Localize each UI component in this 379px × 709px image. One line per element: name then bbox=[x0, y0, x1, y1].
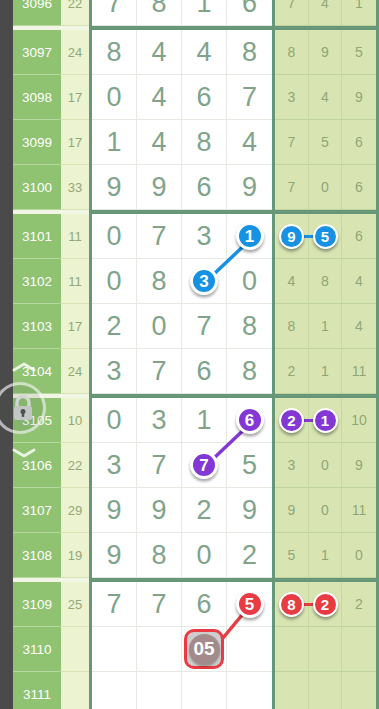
stat-cell[interactable]: 5 bbox=[342, 30, 376, 75]
sum-cell bbox=[61, 672, 89, 709]
number-badge: 5 bbox=[236, 590, 264, 618]
stat-cell[interactable] bbox=[342, 672, 376, 709]
digit-value: 7 bbox=[106, 589, 121, 620]
digit-value: 8 bbox=[196, 127, 211, 158]
stat-value: 1 bbox=[321, 363, 329, 379]
stat-cell[interactable]: 0 bbox=[342, 533, 376, 578]
stat-value: 3 bbox=[288, 89, 296, 105]
pick-value: 05 bbox=[193, 638, 214, 660]
table-row: 31051003162110 bbox=[13, 398, 379, 443]
stat-cell[interactable]: 1 bbox=[309, 304, 342, 349]
digit-value: 4 bbox=[151, 82, 166, 113]
digit-cell[interactable]: 9 bbox=[137, 165, 182, 210]
sum-cell: 17 bbox=[61, 304, 89, 349]
stat-cell[interactable]: 9 bbox=[275, 488, 309, 533]
stat-value: 1 bbox=[321, 547, 329, 563]
table-row: 3096227816741 bbox=[13, 0, 379, 26]
digit-value: 9 bbox=[242, 495, 257, 526]
stat-cell[interactable] bbox=[309, 672, 342, 709]
stat-cell[interactable]: 2 bbox=[275, 349, 309, 394]
stat-value: 6 bbox=[355, 179, 363, 195]
stat-value: 10 bbox=[351, 412, 367, 428]
stat-cell[interactable] bbox=[275, 672, 309, 709]
sum-cell: 25 bbox=[61, 582, 89, 627]
digit-cell[interactable]: 3 bbox=[92, 443, 137, 488]
table-row: 3097248448895 bbox=[13, 30, 379, 75]
stat-value: 0 bbox=[321, 502, 329, 518]
digit-cell[interactable]: 1 bbox=[92, 120, 137, 165]
digit-cell[interactable]: 5 bbox=[227, 582, 272, 627]
digit-cell[interactable]: 4 bbox=[182, 30, 227, 75]
digit-value: 9 bbox=[151, 495, 166, 526]
digit-value: 6 bbox=[196, 82, 211, 113]
stat-value: 0 bbox=[321, 457, 329, 473]
stat-cell[interactable]: 5 bbox=[309, 214, 342, 259]
chart-grid: 3096227816741309724844889530981704673493… bbox=[13, 0, 379, 709]
number-badge: 5 bbox=[313, 224, 338, 249]
digit-cell[interactable]: 9 bbox=[227, 488, 272, 533]
digit-cell[interactable]: 8 bbox=[227, 304, 272, 349]
digit-value: 3 bbox=[151, 405, 166, 436]
number-badge: 6 bbox=[236, 406, 264, 434]
sum-cell bbox=[61, 627, 89, 672]
digit-cell[interactable] bbox=[92, 672, 137, 709]
sum-cell: 24 bbox=[61, 349, 89, 394]
stat-value: 8 bbox=[321, 273, 329, 289]
digit-cell[interactable]: 6 bbox=[182, 165, 227, 210]
stat-cell[interactable]: 10 bbox=[342, 398, 376, 443]
stat-value: 3 bbox=[288, 457, 296, 473]
digit-value: 3 bbox=[106, 450, 121, 481]
stat-cell[interactable]: 11 bbox=[342, 349, 376, 394]
sum-cell: 17 bbox=[61, 120, 89, 165]
stat-value: 8 bbox=[288, 318, 296, 334]
digit-value: 7 bbox=[151, 589, 166, 620]
table-row: 3100339969706 bbox=[13, 165, 379, 210]
digit-value: 6 bbox=[196, 172, 211, 203]
issue-cell: 3099 bbox=[13, 120, 61, 165]
stat-cell[interactable]: 4 bbox=[275, 259, 309, 304]
stat-cell[interactable]: 3 bbox=[275, 443, 309, 488]
number-badge: 3 bbox=[190, 267, 218, 295]
digit-cell[interactable]: 2 bbox=[92, 304, 137, 349]
table-row: 3109257765822 bbox=[13, 582, 379, 627]
left-dark-strip bbox=[0, 0, 13, 709]
stat-cell[interactable] bbox=[309, 627, 342, 672]
digit-value: 8 bbox=[242, 37, 257, 68]
digit-cell[interactable]: 7 bbox=[137, 582, 182, 627]
digit-value: 4 bbox=[151, 127, 166, 158]
stat-cell[interactable]: 9 bbox=[342, 443, 376, 488]
stat-value: 7 bbox=[288, 134, 296, 150]
digit-cell[interactable]: 8 bbox=[137, 533, 182, 578]
digit-value: 1 bbox=[196, 405, 211, 436]
stat-value: 4 bbox=[288, 273, 296, 289]
sum-cell: 22 bbox=[61, 443, 89, 488]
stat-cell[interactable]: 2 bbox=[275, 398, 309, 443]
digit-value: 0 bbox=[196, 540, 211, 571]
digit-value: 2 bbox=[242, 540, 257, 571]
stat-cell[interactable]: 3 bbox=[275, 75, 309, 120]
digit-cell[interactable]: 3 bbox=[182, 214, 227, 259]
issue-cell: 3108 bbox=[13, 533, 61, 578]
stat-value: 1 bbox=[321, 318, 329, 334]
digit-value: 1 bbox=[196, 0, 211, 19]
stat-cell[interactable]: 4 bbox=[309, 75, 342, 120]
stat-cell[interactable]: 7 bbox=[275, 0, 309, 26]
digit-cell[interactable]: 7 bbox=[182, 304, 227, 349]
digit-cell[interactable]: 7 bbox=[92, 582, 137, 627]
stat-value: 6 bbox=[355, 228, 363, 244]
table-row: 3111 bbox=[13, 672, 379, 709]
stat-cell[interactable]: 2 bbox=[342, 582, 376, 627]
stat-cell[interactable]: 6 bbox=[342, 120, 376, 165]
table-row: 311005 bbox=[13, 627, 379, 672]
digit-cell[interactable]: 4 bbox=[227, 120, 272, 165]
digit-cell[interactable]: 4 bbox=[137, 30, 182, 75]
stat-cell[interactable]: 8 bbox=[309, 259, 342, 304]
digit-cell[interactable]: 0 bbox=[182, 533, 227, 578]
table-row: 3103172078814 bbox=[13, 304, 379, 349]
digit-value: 1 bbox=[106, 127, 121, 158]
digit-value: 9 bbox=[106, 495, 121, 526]
digit-cell[interactable]: 0 bbox=[92, 214, 137, 259]
issue-cell: 3101 bbox=[13, 214, 61, 259]
stat-value: 11 bbox=[352, 502, 367, 518]
digit-cell[interactable]: 9 bbox=[137, 488, 182, 533]
sum-cell: 10 bbox=[61, 398, 89, 443]
digit-cell[interactable]: 7 bbox=[182, 443, 227, 488]
stat-cell[interactable]: 9 bbox=[275, 214, 309, 259]
stat-value: 1 bbox=[355, 0, 363, 11]
digit-value: 8 bbox=[151, 266, 166, 297]
pick-box[interactable]: 05 bbox=[184, 629, 224, 669]
stat-cell[interactable]: 8 bbox=[275, 30, 309, 75]
stat-value: 4 bbox=[321, 0, 329, 11]
digit-cell[interactable]: 9 bbox=[227, 165, 272, 210]
digit-cell[interactable]: 0 bbox=[227, 259, 272, 304]
digit-value: 0 bbox=[106, 266, 121, 297]
stat-cell[interactable]: 4 bbox=[342, 259, 376, 304]
stat-cell[interactable]: 0 bbox=[309, 488, 342, 533]
digit-value: 6 bbox=[196, 589, 211, 620]
stat-value: 2 bbox=[288, 363, 296, 379]
issue-cell: 3103 bbox=[13, 304, 61, 349]
table-row: 3101110731956 bbox=[13, 214, 379, 259]
digit-value: 7 bbox=[196, 311, 211, 342]
number-badge: 2 bbox=[313, 592, 338, 617]
stat-value: 8 bbox=[288, 44, 296, 60]
digit-cell[interactable]: 7 bbox=[137, 443, 182, 488]
stat-value: 4 bbox=[355, 273, 363, 289]
issue-cell: 3107 bbox=[13, 488, 61, 533]
issue-cell: 3096 bbox=[13, 0, 61, 26]
digit-value: 8 bbox=[151, 540, 166, 571]
stat-value: 7 bbox=[288, 179, 296, 195]
stat-value: 5 bbox=[288, 547, 296, 563]
digit-cell[interactable] bbox=[137, 672, 182, 709]
number-badge: 2 bbox=[279, 408, 304, 433]
digit-cell[interactable]: 6 bbox=[227, 398, 272, 443]
digit-value: 7 bbox=[151, 450, 166, 481]
digit-cell[interactable]: 9 bbox=[92, 488, 137, 533]
sum-cell: 29 bbox=[61, 488, 89, 533]
digit-cell[interactable]: 1 bbox=[182, 398, 227, 443]
digit-value: 0 bbox=[106, 82, 121, 113]
sum-cell: 11 bbox=[61, 214, 89, 259]
digit-cell[interactable]: 4 bbox=[137, 120, 182, 165]
stat-cell[interactable]: 0 bbox=[309, 165, 342, 210]
stat-cell[interactable]: 8 bbox=[275, 582, 309, 627]
digit-value: 7 bbox=[242, 82, 257, 113]
digit-cell[interactable]: 8 bbox=[137, 259, 182, 304]
stat-cell[interactable]: 0 bbox=[309, 443, 342, 488]
stat-value: 5 bbox=[355, 44, 363, 60]
sum-cell: 11 bbox=[61, 259, 89, 304]
stat-value: 9 bbox=[321, 44, 329, 60]
digit-value: 0 bbox=[242, 266, 257, 297]
digit-cell[interactable]: 6 bbox=[182, 75, 227, 120]
stat-cell[interactable]: 6 bbox=[342, 165, 376, 210]
issue-cell: 3111 bbox=[13, 672, 61, 709]
stat-value: 9 bbox=[288, 502, 296, 518]
stat-value: 4 bbox=[321, 89, 329, 105]
table-row: 3108199802510 bbox=[13, 533, 379, 578]
digit-value: 6 bbox=[196, 356, 211, 387]
sum-cell: 17 bbox=[61, 75, 89, 120]
digit-cell[interactable]: 05 bbox=[182, 627, 227, 672]
digit-cell[interactable]: 1 bbox=[182, 0, 227, 26]
stat-cell[interactable]: 9 bbox=[309, 30, 342, 75]
number-badge: 7 bbox=[190, 451, 218, 479]
digit-value: 4 bbox=[151, 37, 166, 68]
digit-value: 2 bbox=[106, 311, 121, 342]
digit-value: 3 bbox=[106, 356, 121, 387]
digit-value: 9 bbox=[106, 540, 121, 571]
table-row: 31072999299011 bbox=[13, 488, 379, 533]
digit-cell[interactable]: 1 bbox=[227, 214, 272, 259]
issue-cell: 3109 bbox=[13, 582, 61, 627]
stat-cell[interactable]: 7 bbox=[275, 120, 309, 165]
digit-cell[interactable] bbox=[227, 627, 272, 672]
number-badge: 8 bbox=[279, 592, 304, 617]
digit-cell[interactable]: 2 bbox=[182, 488, 227, 533]
digit-cell[interactable]: 7 bbox=[137, 349, 182, 394]
digit-cell[interactable]: 3 bbox=[182, 259, 227, 304]
stat-value: 2 bbox=[355, 596, 363, 612]
table-row: 3098170467349 bbox=[13, 75, 379, 120]
issue-cell: 3100 bbox=[13, 165, 61, 210]
digit-cell[interactable]: 5 bbox=[227, 443, 272, 488]
digit-value: 6 bbox=[242, 0, 257, 19]
digit-cell[interactable]: 8 bbox=[137, 0, 182, 26]
stat-cell[interactable]: 4 bbox=[309, 0, 342, 26]
digit-cell[interactable]: 8 bbox=[92, 30, 137, 75]
lock-icon bbox=[10, 394, 36, 421]
digit-value: 2 bbox=[196, 495, 211, 526]
stat-cell[interactable]: 1 bbox=[309, 533, 342, 578]
sum-cell: 24 bbox=[61, 30, 89, 75]
digit-cell[interactable]: 7 bbox=[92, 0, 137, 26]
stat-cell[interactable]: 5 bbox=[309, 120, 342, 165]
stat-value: 6 bbox=[355, 134, 363, 150]
stat-cell[interactable]: 8 bbox=[275, 304, 309, 349]
stat-value: 11 bbox=[352, 363, 367, 379]
digit-value: 0 bbox=[151, 311, 166, 342]
stat-value: 9 bbox=[355, 457, 363, 473]
digit-cell[interactable]: 6 bbox=[182, 349, 227, 394]
stat-value: 5 bbox=[321, 134, 329, 150]
digit-value: 3 bbox=[196, 221, 211, 252]
digit-value: 5 bbox=[242, 450, 257, 481]
lottery-trend-chart-screen: 3096227816741309724844889530981704673493… bbox=[0, 0, 379, 709]
digit-cell[interactable]: 9 bbox=[92, 533, 137, 578]
digit-value: 4 bbox=[196, 37, 211, 68]
sum-cell: 22 bbox=[61, 0, 89, 26]
digit-value: 8 bbox=[151, 0, 166, 19]
digit-value: 8 bbox=[242, 311, 257, 342]
digit-cell[interactable]: 0 bbox=[92, 259, 137, 304]
digit-cell[interactable] bbox=[92, 627, 137, 672]
stat-cell[interactable]: 11 bbox=[342, 488, 376, 533]
digit-value: 8 bbox=[242, 356, 257, 387]
digit-value: 9 bbox=[242, 172, 257, 203]
stat-value: 7 bbox=[288, 0, 296, 11]
issue-cell: 3097 bbox=[13, 30, 61, 75]
issue-cell: 3110 bbox=[13, 627, 61, 672]
digit-cell[interactable]: 7 bbox=[227, 75, 272, 120]
issue-cell: 3102 bbox=[13, 259, 61, 304]
digit-cell[interactable]: 4 bbox=[137, 75, 182, 120]
table-row: 3106223775309 bbox=[13, 443, 379, 488]
digit-value: 9 bbox=[106, 172, 121, 203]
digit-cell[interactable] bbox=[227, 672, 272, 709]
stat-cell[interactable]: 1 bbox=[309, 349, 342, 394]
digit-value: 9 bbox=[151, 172, 166, 203]
stat-value: 4 bbox=[355, 318, 363, 334]
number-badge: 1 bbox=[236, 222, 264, 250]
table-row: 3099171484756 bbox=[13, 120, 379, 165]
digit-cell[interactable]: 6 bbox=[182, 582, 227, 627]
digit-value: 7 bbox=[151, 221, 166, 252]
digit-cell[interactable]: 3 bbox=[92, 349, 137, 394]
table-row: 31042437682111 bbox=[13, 349, 379, 394]
stat-cell[interactable]: 6 bbox=[342, 214, 376, 259]
digit-value: 4 bbox=[242, 127, 257, 158]
number-badge: 1 bbox=[313, 408, 338, 433]
digit-cell[interactable]: 3 bbox=[137, 398, 182, 443]
digit-value: 7 bbox=[151, 356, 166, 387]
digit-value: 0 bbox=[106, 221, 121, 252]
digit-cell[interactable] bbox=[137, 627, 182, 672]
digit-cell[interactable]: 2 bbox=[227, 533, 272, 578]
stat-value: 0 bbox=[321, 179, 329, 195]
issue-cell: 3098 bbox=[13, 75, 61, 120]
digit-cell[interactable]: 8 bbox=[182, 120, 227, 165]
stat-cell[interactable]: 1 bbox=[342, 0, 376, 26]
stat-cell[interactable]: 5 bbox=[275, 533, 309, 578]
digit-value: 0 bbox=[106, 405, 121, 436]
stat-cell[interactable]: 2 bbox=[309, 582, 342, 627]
chart-table: 3096227816741309724844889530981704673493… bbox=[13, 0, 379, 709]
digit-value: 8 bbox=[106, 37, 121, 68]
stat-cell[interactable]: 1 bbox=[309, 398, 342, 443]
number-badge: 9 bbox=[279, 224, 304, 249]
stat-cell[interactable]: 9 bbox=[342, 75, 376, 120]
sum-cell: 33 bbox=[61, 165, 89, 210]
digit-cell[interactable]: 0 bbox=[137, 304, 182, 349]
stat-cell[interactable]: 7 bbox=[275, 165, 309, 210]
digit-cell[interactable] bbox=[182, 672, 227, 709]
digit-value: 7 bbox=[106, 0, 121, 19]
digit-cell[interactable]: 0 bbox=[92, 75, 137, 120]
chevron-up-icon[interactable] bbox=[11, 361, 37, 373]
stat-cell[interactable] bbox=[342, 627, 376, 672]
stat-value: 0 bbox=[355, 547, 363, 563]
digit-cell[interactable]: 9 bbox=[92, 165, 137, 210]
stat-cell[interactable] bbox=[275, 627, 309, 672]
digit-cell[interactable]: 8 bbox=[227, 30, 272, 75]
digit-cell[interactable]: 6 bbox=[227, 0, 272, 26]
sum-cell: 19 bbox=[61, 533, 89, 578]
stat-cell[interactable]: 4 bbox=[342, 304, 376, 349]
digit-cell[interactable]: 7 bbox=[137, 214, 182, 259]
digit-cell[interactable]: 0 bbox=[92, 398, 137, 443]
digit-cell[interactable]: 8 bbox=[227, 349, 272, 394]
stat-value: 9 bbox=[355, 89, 363, 105]
table-row: 3102110830484 bbox=[13, 259, 379, 304]
chevron-down-icon[interactable] bbox=[11, 447, 37, 459]
